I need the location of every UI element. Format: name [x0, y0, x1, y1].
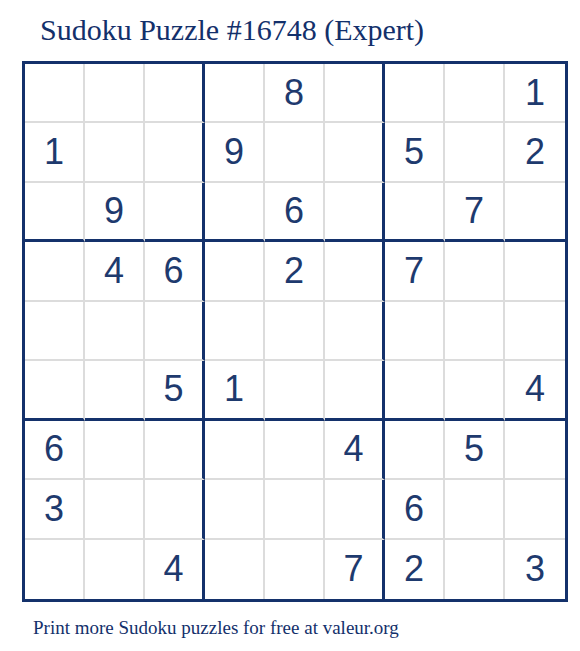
- sudoku-cell-given: 1: [205, 361, 265, 420]
- sudoku-cell-empty: [385, 421, 445, 480]
- sudoku-cell-empty: [385, 183, 445, 242]
- sudoku-cell-empty: [265, 540, 325, 599]
- sudoku-cell-given: 1: [505, 64, 565, 123]
- sudoku-cell-given: 3: [25, 480, 85, 539]
- sudoku-cell-empty: [145, 421, 205, 480]
- sudoku-cell-empty: [445, 302, 505, 361]
- sudoku-cell-given: 2: [265, 242, 325, 301]
- sudoku-cell-empty: [145, 302, 205, 361]
- sudoku-cell-empty: [25, 64, 85, 123]
- sudoku-cell-empty: [325, 480, 385, 539]
- sudoku-cell-empty: [145, 64, 205, 123]
- sudoku-cell-given: 1: [25, 123, 85, 182]
- sudoku-cell-empty: [445, 64, 505, 123]
- sudoku-cell-empty: [505, 302, 565, 361]
- sudoku-cell-empty: [85, 421, 145, 480]
- sudoku-cell-empty: [85, 540, 145, 599]
- sudoku-cell-empty: [205, 302, 265, 361]
- sudoku-cell-given: 3: [505, 540, 565, 599]
- sudoku-cell-empty: [325, 242, 385, 301]
- sudoku-cell-given: 8: [265, 64, 325, 123]
- sudoku-cell-empty: [325, 64, 385, 123]
- sudoku-cell-empty: [325, 361, 385, 420]
- sudoku-cell-given: 5: [445, 421, 505, 480]
- sudoku-cell-given: 7: [325, 540, 385, 599]
- sudoku-cell-empty: [205, 421, 265, 480]
- sudoku-cell-empty: [205, 480, 265, 539]
- sudoku-grid: 8119529674627514645364723: [22, 61, 568, 602]
- sudoku-cell-empty: [265, 123, 325, 182]
- sudoku-cell-empty: [85, 302, 145, 361]
- sudoku-cell-empty: [205, 183, 265, 242]
- sudoku-cell-empty: [325, 123, 385, 182]
- sudoku-cell-empty: [145, 480, 205, 539]
- sudoku-cell-given: 4: [145, 540, 205, 599]
- sudoku-cell-empty: [445, 123, 505, 182]
- footer-text: Print more Sudoku puzzles for free at va…: [33, 616, 399, 640]
- sudoku-cell-empty: [205, 64, 265, 123]
- sudoku-cell-given: 5: [385, 123, 445, 182]
- sudoku-cell-empty: [25, 361, 85, 420]
- sudoku-cell-empty: [325, 302, 385, 361]
- sudoku-cell-empty: [445, 361, 505, 420]
- sudoku-cell-empty: [85, 480, 145, 539]
- page-title: Sudoku Puzzle #16748 (Expert): [40, 13, 424, 47]
- sudoku-cell-empty: [505, 242, 565, 301]
- sudoku-cell-empty: [205, 540, 265, 599]
- sudoku-cell-given: 5: [145, 361, 205, 420]
- sudoku-cell-empty: [205, 242, 265, 301]
- sudoku-cell-empty: [505, 183, 565, 242]
- sudoku-cell-empty: [85, 64, 145, 123]
- sudoku-cell-given: 6: [25, 421, 85, 480]
- sudoku-cell-empty: [265, 421, 325, 480]
- sudoku-cell-empty: [265, 361, 325, 420]
- sudoku-cell-given: 4: [85, 242, 145, 301]
- sudoku-cell-empty: [505, 421, 565, 480]
- sudoku-cell-empty: [325, 183, 385, 242]
- sudoku-cell-empty: [505, 480, 565, 539]
- sudoku-cell-empty: [25, 183, 85, 242]
- sudoku-cell-given: 4: [325, 421, 385, 480]
- sudoku-cell-empty: [25, 540, 85, 599]
- sudoku-cell-empty: [25, 242, 85, 301]
- sudoku-cell-given: 7: [385, 242, 445, 301]
- sudoku-cell-given: 6: [145, 242, 205, 301]
- sudoku-cell-empty: [145, 183, 205, 242]
- sudoku-cell-given: 7: [445, 183, 505, 242]
- sudoku-cell-given: 4: [505, 361, 565, 420]
- sudoku-cell-empty: [385, 361, 445, 420]
- sudoku-cell-empty: [445, 480, 505, 539]
- sudoku-cell-empty: [385, 64, 445, 123]
- sudoku-cell-given: 9: [205, 123, 265, 182]
- sudoku-cell-empty: [85, 361, 145, 420]
- sudoku-cell-empty: [85, 123, 145, 182]
- sudoku-cell-given: 9: [85, 183, 145, 242]
- sudoku-cell-empty: [265, 480, 325, 539]
- sudoku-cell-given: 6: [265, 183, 325, 242]
- sudoku-cell-given: 2: [505, 123, 565, 182]
- sudoku-cell-empty: [265, 302, 325, 361]
- sudoku-cell-empty: [25, 302, 85, 361]
- sudoku-cell-empty: [145, 123, 205, 182]
- sudoku-cell-empty: [385, 302, 445, 361]
- sudoku-cell-empty: [445, 540, 505, 599]
- sudoku-cell-given: 2: [385, 540, 445, 599]
- sudoku-cell-given: 6: [385, 480, 445, 539]
- sudoku-cell-empty: [445, 242, 505, 301]
